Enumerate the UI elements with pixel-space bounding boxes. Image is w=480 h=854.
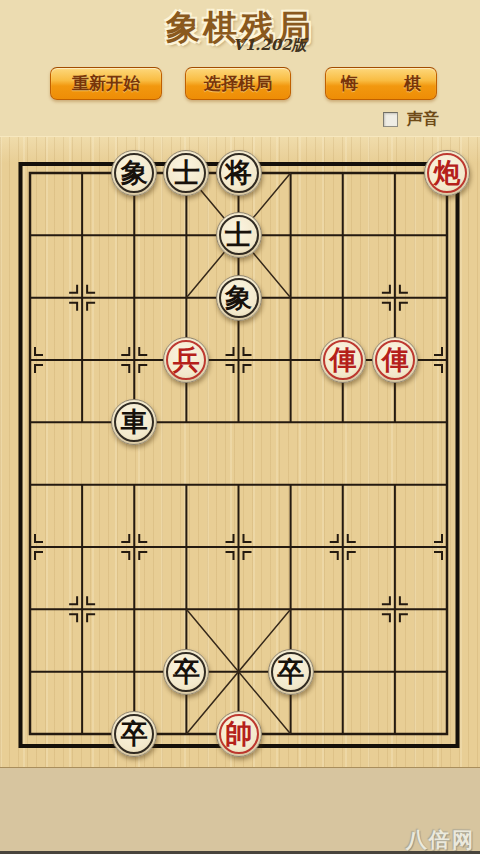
piece-glyph: 炮 (434, 159, 461, 187)
piece-glyph: 卒 (277, 658, 304, 686)
undo-button-label-right: 棋 (404, 72, 421, 95)
version-label: V1.202版 (233, 36, 307, 55)
piece-glyph: 象 (225, 284, 252, 312)
watermark: 八倍网 (406, 826, 475, 854)
piece-glyph: 兵 (173, 346, 200, 374)
piece-black-soldier[interactable]: 卒 (111, 711, 157, 757)
piece-glyph: 士 (225, 221, 252, 249)
piece-red-general[interactable]: 帥 (216, 711, 262, 757)
restart-button-label: 重新开始 (72, 72, 140, 95)
piece-glyph: 卒 (173, 658, 200, 686)
select-game-button-label: 选择棋局 (204, 72, 272, 95)
piece-glyph: 士 (173, 159, 200, 187)
undo-button-label-left: 悔 (341, 72, 358, 95)
piece-glyph: 帥 (225, 720, 252, 748)
piece-black-general[interactable]: 将 (216, 150, 262, 196)
piece-glyph: 車 (121, 408, 148, 436)
xiangqi-board[interactable]: 象士将炮士象兵俥俥車卒卒卒帥 (0, 136, 480, 769)
piece-red-chariot[interactable]: 俥 (372, 337, 418, 383)
undo-move-button[interactable]: 悔 棋 (325, 67, 437, 100)
piece-black-advisor[interactable]: 士 (216, 212, 262, 258)
piece-red-cannon[interactable]: 炮 (424, 150, 470, 196)
piece-glyph: 卒 (121, 720, 148, 748)
piece-red-chariot[interactable]: 俥 (320, 337, 366, 383)
sound-toggle-row: 声音 (383, 109, 439, 130)
piece-glyph: 将 (225, 159, 252, 187)
piece-glyph: 俥 (329, 346, 356, 374)
sound-label: 声音 (407, 109, 439, 130)
piece-black-soldier[interactable]: 卒 (163, 649, 209, 695)
piece-black-elephant[interactable]: 象 (216, 275, 262, 321)
select-game-button[interactable]: 选择棋局 (185, 67, 291, 100)
piece-glyph: 象 (121, 159, 148, 187)
sound-checkbox[interactable] (383, 112, 398, 127)
restart-button[interactable]: 重新开始 (50, 67, 162, 100)
piece-black-soldier[interactable]: 卒 (268, 649, 314, 695)
piece-black-elephant[interactable]: 象 (111, 150, 157, 196)
piece-glyph: 俥 (381, 346, 408, 374)
